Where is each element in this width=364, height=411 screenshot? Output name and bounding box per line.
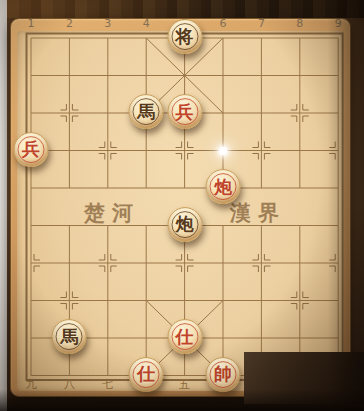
piece-red-advisor-b[interactable]: 仕 (129, 357, 164, 392)
piece-glyph: 炮 (168, 208, 201, 241)
highlight-dot (219, 147, 227, 155)
piece-glyph: 将 (168, 20, 201, 53)
piece-glyph: 兵 (168, 95, 201, 128)
piece-red-general[interactable]: 帥 (206, 357, 241, 392)
piece-glyph: 仕 (168, 320, 201, 353)
piece-black-cannon[interactable]: 炮 (167, 207, 202, 242)
piece-black-horse-a[interactable]: 馬 (129, 94, 164, 129)
piece-red-advisor-a[interactable]: 仕 (167, 319, 202, 354)
piece-red-cannon[interactable]: 炮 (206, 169, 241, 204)
piece-glyph: 仕 (130, 358, 163, 391)
piece-glyph: 馬 (130, 95, 163, 128)
piece-black-general[interactable]: 将 (167, 19, 202, 54)
top-wood-plank (7, 0, 364, 18)
piece-glyph: 帥 (207, 358, 240, 391)
xiangqi-app-screenshot: 123456789 九八七六五四三二一 楚河 漢界 将馬兵兵炮炮馬仕仕帥 (0, 0, 364, 411)
pieces-layer: 将馬兵兵炮炮馬仕仕帥 (11, 19, 350, 396)
censor-box (244, 352, 364, 404)
piece-glyph: 兵 (15, 133, 48, 166)
piece-red-soldier-b[interactable]: 兵 (14, 132, 49, 167)
piece-black-horse-b[interactable]: 馬 (52, 319, 87, 354)
left-edge-strip (0, 0, 7, 411)
xiangqi-board[interactable]: 123456789 九八七六五四三二一 楚河 漢界 将馬兵兵炮炮馬仕仕帥 (10, 18, 351, 397)
piece-glyph: 馬 (53, 320, 86, 353)
piece-red-soldier-a[interactable]: 兵 (167, 94, 202, 129)
piece-glyph: 炮 (207, 170, 240, 203)
